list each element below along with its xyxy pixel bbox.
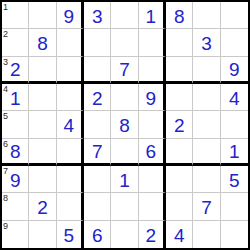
cell-r3c9[interactable]: 9 xyxy=(221,57,248,84)
cell-r6c6[interactable]: 6 xyxy=(139,139,166,166)
cell-r9c9[interactable] xyxy=(221,221,248,248)
cell-r3c3[interactable] xyxy=(57,57,84,84)
cell-r6c5[interactable] xyxy=(111,139,138,166)
cell-r2c6[interactable] xyxy=(139,29,166,56)
row-label: 5 xyxy=(3,111,8,121)
cell-r8c3[interactable] xyxy=(57,193,84,220)
given-digit: 8 xyxy=(37,34,48,53)
cell-r5c6[interactable] xyxy=(139,111,166,138)
cell-r7c3[interactable] xyxy=(57,166,84,193)
cell-r7c2[interactable] xyxy=(29,166,56,193)
cell-r5c7[interactable]: 2 xyxy=(166,111,193,138)
cell-r8c4[interactable] xyxy=(84,193,111,220)
given-digit: 1 xyxy=(119,171,130,190)
given-digit: 5 xyxy=(64,226,75,245)
cell-r4c3[interactable] xyxy=(57,84,84,111)
cell-r1c1[interactable]: 1 xyxy=(2,2,29,29)
cell-r5c1[interactable]: 5 xyxy=(2,111,29,138)
cell-r1c4[interactable]: 3 xyxy=(84,2,111,29)
given-digit: 8 xyxy=(174,7,185,26)
row-label: 9 xyxy=(3,221,8,231)
cell-r3c5[interactable]: 7 xyxy=(111,57,138,84)
cell-r3c1[interactable]: 32 xyxy=(2,57,29,84)
cell-r5c5[interactable]: 8 xyxy=(111,111,138,138)
cell-r6c4[interactable]: 7 xyxy=(84,139,111,166)
cell-r6c7[interactable] xyxy=(166,139,193,166)
row-label: 4 xyxy=(3,84,8,94)
cell-r8c8[interactable]: 7 xyxy=(193,193,220,220)
given-digit: 6 xyxy=(146,142,157,161)
cell-r1c9[interactable] xyxy=(221,2,248,29)
row-label: 2 xyxy=(3,29,8,39)
row-label: 6 xyxy=(3,139,8,149)
given-digit: 1 xyxy=(146,7,157,26)
cell-r4c9[interactable]: 4 xyxy=(221,84,248,111)
cell-r9c6[interactable]: 2 xyxy=(139,221,166,248)
cell-r5c4[interactable] xyxy=(84,111,111,138)
given-digit: 9 xyxy=(229,60,240,79)
given-digit: 8 xyxy=(10,142,21,161)
cell-r3c4[interactable] xyxy=(84,57,111,84)
given-digit: 7 xyxy=(92,142,103,161)
cell-r2c1[interactable]: 2 xyxy=(2,29,29,56)
cell-r2c4[interactable] xyxy=(84,29,111,56)
cell-r4c2[interactable] xyxy=(29,84,56,111)
given-digit: 9 xyxy=(146,89,157,108)
cell-r4c6[interactable]: 9 xyxy=(139,84,166,111)
cell-r5c2[interactable] xyxy=(29,111,56,138)
row-label: 8 xyxy=(3,193,8,203)
cell-r5c8[interactable] xyxy=(193,111,220,138)
cell-r6c8[interactable] xyxy=(193,139,220,166)
cell-r7c9[interactable]: 5 xyxy=(221,166,248,193)
cell-r4c7[interactable] xyxy=(166,84,193,111)
cell-r6c1[interactable]: 68 xyxy=(2,139,29,166)
cell-r2c3[interactable] xyxy=(57,29,84,56)
sudoku-board: 19318283327941294548268761791582795624 xyxy=(0,0,250,250)
given-digit: 1 xyxy=(229,142,240,161)
given-digit: 8 xyxy=(119,116,130,135)
given-digit: 3 xyxy=(201,34,212,53)
cell-r9c7[interactable]: 4 xyxy=(166,221,193,248)
cell-r8c9[interactable] xyxy=(221,193,248,220)
cell-r1c5[interactable] xyxy=(111,2,138,29)
given-digit: 2 xyxy=(92,89,103,108)
cell-r8c5[interactable] xyxy=(111,193,138,220)
cell-r1c8[interactable] xyxy=(193,2,220,29)
cell-r3c2[interactable] xyxy=(29,57,56,84)
cell-r2c9[interactable] xyxy=(221,29,248,56)
row-label: 3 xyxy=(3,57,8,67)
given-digit: 3 xyxy=(92,7,103,26)
cell-r7c7[interactable] xyxy=(166,166,193,193)
given-digit: 2 xyxy=(174,116,185,135)
given-digit: 4 xyxy=(64,116,75,135)
cell-r2c7[interactable] xyxy=(166,29,193,56)
given-digit: 2 xyxy=(146,226,157,245)
given-digit: 4 xyxy=(174,226,185,245)
cell-r8c2[interactable]: 2 xyxy=(29,193,56,220)
cell-r9c3[interactable]: 5 xyxy=(57,221,84,248)
cell-r4c4[interactable]: 2 xyxy=(84,84,111,111)
cell-r3c6[interactable] xyxy=(139,57,166,84)
given-digit: 4 xyxy=(229,89,240,108)
cell-r8c7[interactable] xyxy=(166,193,193,220)
cell-r2c5[interactable] xyxy=(111,29,138,56)
cell-r1c2[interactable] xyxy=(29,2,56,29)
given-digit: 7 xyxy=(119,60,130,79)
cell-r4c5[interactable] xyxy=(111,84,138,111)
given-digit: 2 xyxy=(37,198,48,217)
cell-r7c8[interactable] xyxy=(193,166,220,193)
cell-r7c6[interactable] xyxy=(139,166,166,193)
cell-r5c3[interactable]: 4 xyxy=(57,111,84,138)
cell-r9c4[interactable]: 6 xyxy=(84,221,111,248)
given-digit: 1 xyxy=(10,89,21,108)
cell-r1c3[interactable]: 9 xyxy=(57,2,84,29)
cell-r3c8[interactable] xyxy=(193,57,220,84)
row-label: 1 xyxy=(3,2,8,12)
given-digit: 6 xyxy=(92,226,103,245)
cell-r8c6[interactable] xyxy=(139,193,166,220)
cell-r8c1[interactable]: 8 xyxy=(2,193,29,220)
cell-r6c9[interactable]: 1 xyxy=(221,139,248,166)
sudoku-app: 19318283327941294548268761791582795624 xyxy=(0,0,250,250)
cell-r9c5[interactable] xyxy=(111,221,138,248)
given-digit: 5 xyxy=(229,171,240,190)
cell-r7c1[interactable]: 79 xyxy=(2,166,29,193)
given-digit: 9 xyxy=(10,171,21,190)
cell-r1c6[interactable]: 1 xyxy=(139,2,166,29)
cell-r7c4[interactable] xyxy=(84,166,111,193)
cell-r6c2[interactable] xyxy=(29,139,56,166)
cell-r9c8[interactable] xyxy=(193,221,220,248)
cell-r6c3[interactable] xyxy=(57,139,84,166)
cell-r2c2[interactable]: 8 xyxy=(29,29,56,56)
given-digit: 9 xyxy=(64,7,75,26)
cell-r2c8[interactable]: 3 xyxy=(193,29,220,56)
cell-r3c7[interactable] xyxy=(166,57,193,84)
cell-r9c2[interactable] xyxy=(29,221,56,248)
cell-r1c7[interactable]: 8 xyxy=(166,2,193,29)
cell-r4c1[interactable]: 41 xyxy=(2,84,29,111)
given-digit: 7 xyxy=(201,198,212,217)
row-label: 7 xyxy=(3,166,8,176)
given-digit: 2 xyxy=(10,60,21,79)
cell-r7c5[interactable]: 1 xyxy=(111,166,138,193)
cell-r4c8[interactable] xyxy=(193,84,220,111)
cell-r9c1[interactable]: 9 xyxy=(2,221,29,248)
cell-r5c9[interactable] xyxy=(221,111,248,138)
